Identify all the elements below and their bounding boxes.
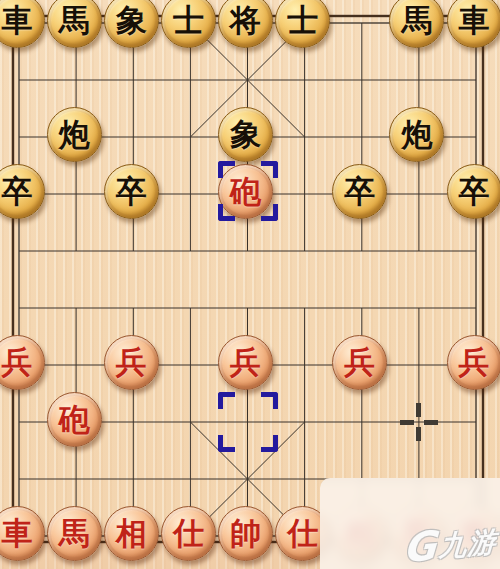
piece-glyph: 士 [287,5,318,36]
piece-black-chariot[interactable]: 車 [0,0,45,48]
piece-glyph: 卒 [116,176,147,207]
piece-glyph: 卒 [2,176,33,207]
piece-red-soldier[interactable]: 兵 [104,335,159,390]
piece-glyph: 象 [116,5,147,36]
piece-glyph: 車 [459,5,490,36]
watermark-text: 九游 [438,527,497,563]
piece-red-soldier[interactable]: 兵 [218,335,273,390]
piece-glyph: 砲 [59,404,90,435]
piece-black-horse[interactable]: 馬 [389,0,444,48]
piece-glyph: 卒 [459,176,490,207]
piece-red-general[interactable]: 帥 [218,506,273,561]
crosshair-cursor-icon [400,403,438,441]
piece-glyph: 士 [173,5,204,36]
piece-black-elephant[interactable]: 象 [218,107,273,162]
piece-red-chariot[interactable]: 車 [0,506,45,561]
piece-glyph: 車 [2,518,33,549]
piece-glyph: 卒 [344,176,375,207]
piece-glyph: 馬 [59,5,90,36]
jiuyou-logo-icon: G [402,527,437,566]
piece-black-cannon[interactable]: 炮 [389,107,444,162]
piece-red-elephant[interactable]: 相 [104,506,159,561]
bracket-corner-icon [218,204,235,221]
piece-red-cannon[interactable]: 砲 [47,392,102,447]
piece-glyph: 象 [230,119,261,150]
piece-glyph: 馬 [59,518,90,549]
piece-red-soldier[interactable]: 兵 [0,335,45,390]
piece-red-soldier[interactable]: 兵 [447,335,500,390]
piece-red-horse[interactable]: 馬 [47,506,102,561]
piece-red-soldier[interactable]: 兵 [332,335,387,390]
bracket-corner-icon [218,161,235,178]
piece-glyph: 車 [2,5,33,36]
piece-glyph: 兵 [344,347,375,378]
piece-glyph: 炮 [59,119,90,150]
piece-glyph: 仕 [173,518,204,549]
piece-black-advisor[interactable]: 士 [275,0,330,48]
bracket-corner-icon [261,392,278,409]
piece-glyph: 兵 [459,347,490,378]
piece-glyph: 兵 [230,347,261,378]
piece-glyph: 炮 [401,119,432,150]
xiangqi-board[interactable]: 車馬象士将士馬車炮象炮卒卒砲卒卒兵兵兵兵兵砲車馬相仕帥仕相馬車 G 九游 [0,0,500,569]
piece-black-soldier[interactable]: 卒 [104,164,159,219]
bracket-corner-icon [218,392,235,409]
piece-glyph: 将 [230,5,261,36]
bracket-corner-icon [261,435,278,452]
watermark-overlay: G 九游 [320,478,500,569]
piece-black-general[interactable]: 将 [218,0,273,48]
piece-black-advisor[interactable]: 士 [161,0,216,48]
piece-glyph: 相 [116,518,147,549]
selection-brackets [218,161,278,221]
watermark-row: G 九游 [402,522,497,566]
piece-red-advisor[interactable]: 仕 [161,506,216,561]
piece-glyph: 兵 [116,347,147,378]
piece-glyph: 帥 [230,518,261,549]
piece-black-elephant[interactable]: 象 [104,0,159,48]
bracket-corner-icon [218,435,235,452]
bracket-corner-icon [261,161,278,178]
piece-glyph: 兵 [2,347,33,378]
piece-black-soldier[interactable]: 卒 [0,164,45,219]
piece-glyph: 仕 [287,518,318,549]
piece-black-cannon[interactable]: 炮 [47,107,102,162]
bracket-corner-icon [261,204,278,221]
piece-black-soldier[interactable]: 卒 [332,164,387,219]
piece-glyph: 馬 [401,5,432,36]
piece-black-soldier[interactable]: 卒 [447,164,500,219]
piece-black-chariot[interactable]: 車 [447,0,500,48]
piece-black-horse[interactable]: 馬 [47,0,102,48]
move-source-brackets [218,392,278,452]
